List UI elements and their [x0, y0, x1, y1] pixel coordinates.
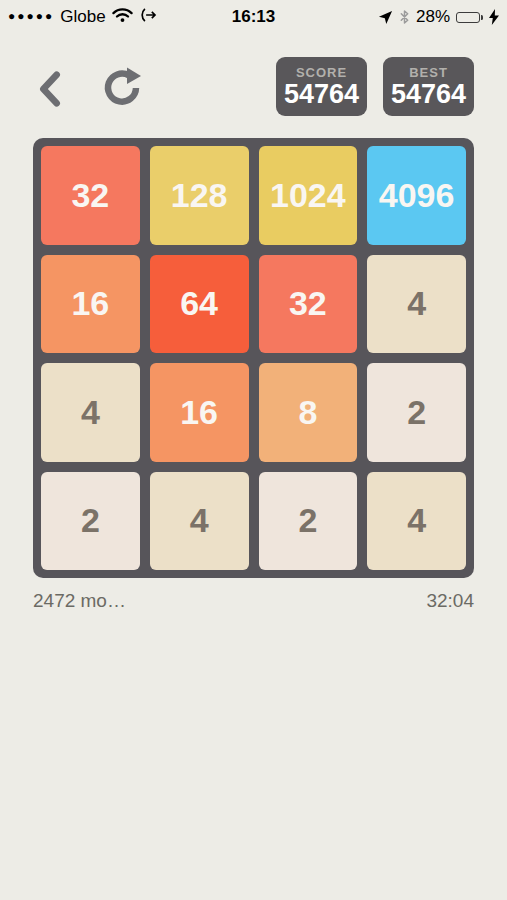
tile-r1c2: 128 [150, 146, 249, 245]
tile-r3c4: 2 [367, 363, 466, 462]
location-arrow-icon [378, 10, 393, 25]
signal-strength-dots: ●●●●● [8, 10, 54, 22]
moves-counter: 2472 mo… [33, 590, 126, 612]
tile-r3c1: 4 [41, 363, 140, 462]
footer-bar: 2472 mo… 32:04 [33, 590, 474, 612]
tile-r1c3: 1024 [259, 146, 358, 245]
tile-r4c3: 2 [259, 472, 358, 571]
best-label: BEST [409, 65, 448, 80]
tile-r1c1: 32 [41, 146, 140, 245]
charging-bolt-icon [489, 9, 499, 25]
best-box: BEST 54764 [383, 57, 474, 116]
elapsed-timer: 32:04 [426, 590, 474, 612]
battery-icon [456, 12, 483, 23]
tile-r2c1: 16 [41, 255, 140, 354]
tile-r4c2: 4 [150, 472, 249, 571]
score-box: SCORE 54764 [276, 57, 367, 116]
tile-r3c3: 8 [259, 363, 358, 462]
game-board[interactable]: 32 128 1024 4096 16 64 32 4 4 16 8 2 2 4… [33, 138, 474, 578]
tile-r4c1: 2 [41, 472, 140, 571]
carrier-label: Globe [60, 7, 105, 27]
tile-r2c3: 32 [259, 255, 358, 354]
tile-r3c2: 16 [150, 363, 249, 462]
tile-r2c2: 64 [150, 255, 249, 354]
tile-r1c4: 4096 [367, 146, 466, 245]
status-bar: ●●●●● Globe 16:13 28% [0, 0, 507, 34]
bluetooth-icon [399, 9, 410, 25]
best-value: 54764 [391, 81, 466, 108]
wifi-icon [112, 7, 133, 28]
tile-r2c4: 4 [367, 255, 466, 354]
score-value: 54764 [284, 81, 359, 108]
score-label: SCORE [296, 65, 347, 80]
back-button[interactable] [36, 70, 64, 108]
restart-button[interactable] [100, 66, 144, 110]
tile-r4c4: 4 [367, 472, 466, 571]
call-forwarding-icon [139, 7, 158, 28]
battery-percentage: 28% [416, 7, 450, 27]
